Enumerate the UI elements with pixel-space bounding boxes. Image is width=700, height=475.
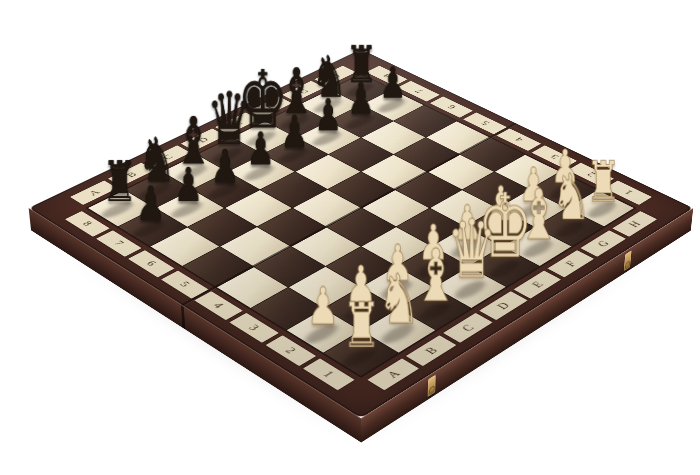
label-rank-3-left: 3 <box>230 313 279 343</box>
label-file-e-front: E <box>514 270 561 298</box>
clasp-icon <box>428 375 436 398</box>
label-file-d-front: D <box>479 291 527 320</box>
label-rank-4-left: 4 <box>195 291 243 320</box>
pawn-glyph: ♟ <box>136 183 166 227</box>
photo-stage: AA88BB77CC66DD55EE44FF33GG22HH11 ♜♞♝♛♚♝♞… <box>0 0 700 475</box>
scene: AA88BB77CC66DD55EE44FF33GG22HH11 ♜♞♝♛♚♝♞… <box>126 0 596 443</box>
fold-seam-edge <box>181 305 185 329</box>
square-a4[interactable] <box>217 267 288 308</box>
white-rook-a1[interactable]: ♜ <box>316 239 405 355</box>
rook-glyph: ♜ <box>342 297 381 354</box>
black-pawn-a7[interactable]: ♟ <box>111 122 192 228</box>
label-file-g-front: G <box>580 230 626 256</box>
square-b6[interactable] <box>188 208 256 246</box>
board-3d: AA88BB77CC66DD55EE44FF33GG22HH11 ♜♞♝♛♚♝♞… <box>29 49 694 418</box>
clasp-icon <box>624 250 632 271</box>
square-a5[interactable] <box>183 247 253 287</box>
label-file-h-front: H <box>612 211 657 237</box>
label-rank-5-left: 5 <box>161 270 208 298</box>
label-file-f-front: F <box>548 250 594 277</box>
square-a6[interactable] <box>150 227 219 266</box>
label-rank-6-left: 6 <box>128 250 174 277</box>
